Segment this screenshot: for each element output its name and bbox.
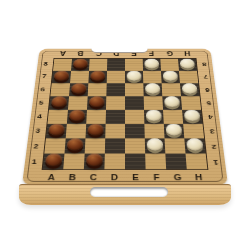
square-e5[interactable] <box>125 96 144 109</box>
white-checker-g7[interactable] <box>163 70 178 80</box>
square-e7[interactable] <box>125 71 143 84</box>
square-g8[interactable] <box>160 59 179 71</box>
square-g3[interactable] <box>164 124 185 139</box>
rank-label-left-4: 4 <box>32 110 47 124</box>
rank-label-right-4: 4 <box>203 110 218 124</box>
white-checker-h4[interactable] <box>184 109 201 120</box>
square-g6[interactable] <box>162 83 181 96</box>
square-g2[interactable] <box>165 138 186 153</box>
square-c8[interactable] <box>89 59 107 71</box>
white-checker-f6[interactable] <box>145 83 160 93</box>
dark-checker-a7[interactable] <box>54 70 70 80</box>
square-b1[interactable] <box>63 154 84 170</box>
white-checker-g5[interactable] <box>164 96 180 107</box>
rank-label-right-3: 3 <box>204 124 220 139</box>
square-a8[interactable] <box>53 59 72 71</box>
square-d4[interactable] <box>106 110 125 124</box>
white-checker-h6[interactable] <box>182 83 198 93</box>
square-h4[interactable] <box>182 110 202 124</box>
square-h8[interactable] <box>178 59 197 71</box>
square-c7[interactable] <box>88 71 107 84</box>
file-label-bottom-a: A <box>40 172 62 184</box>
dark-checker-c1[interactable] <box>86 153 103 166</box>
white-checker-f2[interactable] <box>147 138 164 150</box>
file-label-top-g: G <box>160 49 178 57</box>
rank-label-left-5: 5 <box>34 96 49 110</box>
square-e8[interactable] <box>125 59 143 71</box>
square-f7[interactable] <box>143 71 162 84</box>
board-grid <box>42 58 209 170</box>
file-label-bottom-c: C <box>83 172 105 184</box>
square-g7[interactable] <box>161 71 180 84</box>
square-d1[interactable] <box>104 154 125 170</box>
file-label-bottom-h: H <box>188 172 210 184</box>
dark-checker-b6[interactable] <box>71 83 87 93</box>
file-label-top-a: A <box>54 49 72 57</box>
square-h1[interactable] <box>186 154 208 170</box>
square-a5[interactable] <box>49 96 69 109</box>
square-b8[interactable] <box>71 59 90 71</box>
square-e4[interactable] <box>125 110 144 124</box>
file-label-bottom-f: F <box>146 172 168 184</box>
square-a3[interactable] <box>46 124 67 139</box>
file-label-top-h: H <box>178 49 196 57</box>
square-h6[interactable] <box>180 83 200 96</box>
dark-checker-a5[interactable] <box>51 96 67 107</box>
square-f6[interactable] <box>143 83 162 96</box>
square-f3[interactable] <box>144 124 164 139</box>
square-f2[interactable] <box>145 138 166 153</box>
square-d6[interactable] <box>106 83 125 96</box>
handle-cutout <box>90 187 168 197</box>
dark-checker-c5[interactable] <box>89 96 105 107</box>
square-c4[interactable] <box>86 110 106 124</box>
product-photo-canvas: ABCDEFGH 87654321 87654321 ABCDEFGH <box>0 0 250 250</box>
square-h2[interactable] <box>184 138 205 153</box>
square-h5[interactable] <box>181 96 201 109</box>
rank-label-right-5: 5 <box>201 96 216 110</box>
white-checker-g3[interactable] <box>166 123 183 135</box>
square-e6[interactable] <box>125 83 144 96</box>
rank-label-left-3: 3 <box>30 124 46 139</box>
rank-label-left-7: 7 <box>37 70 51 83</box>
front-apron <box>19 184 231 205</box>
rank-label-right-2: 2 <box>206 139 222 154</box>
file-label-bottom-g: G <box>167 172 189 184</box>
rank-label-right-7: 7 <box>199 70 213 83</box>
square-e3[interactable] <box>125 124 145 139</box>
file-label-bottom-e: E <box>125 172 146 184</box>
square-f1[interactable] <box>145 154 166 170</box>
rank-label-left-8: 8 <box>39 58 53 70</box>
dark-checker-c3[interactable] <box>88 123 104 135</box>
square-e1[interactable] <box>125 154 146 170</box>
square-c3[interactable] <box>85 124 105 139</box>
square-h7[interactable] <box>179 71 198 84</box>
file-label-bottom-d: D <box>104 172 125 184</box>
square-b6[interactable] <box>69 83 88 96</box>
square-g5[interactable] <box>162 96 182 109</box>
rank-label-left-2: 2 <box>28 139 44 154</box>
square-f5[interactable] <box>144 96 163 109</box>
white-checker-f8[interactable] <box>144 58 159 68</box>
file-labels-bottom: ABCDEFGH <box>40 172 210 184</box>
square-f8[interactable] <box>143 59 161 71</box>
square-h3[interactable] <box>183 124 204 139</box>
square-g4[interactable] <box>163 110 183 124</box>
square-b2[interactable] <box>64 138 85 153</box>
square-g1[interactable] <box>165 154 186 170</box>
square-c2[interactable] <box>85 138 106 153</box>
checkers-board: ABCDEFGH 87654321 87654321 ABCDEFGH <box>22 49 228 185</box>
square-b7[interactable] <box>70 71 89 84</box>
square-b5[interactable] <box>68 96 88 109</box>
dark-checker-b8[interactable] <box>73 58 88 68</box>
square-d3[interactable] <box>105 124 125 139</box>
square-a2[interactable] <box>44 138 65 153</box>
square-c5[interactable] <box>87 96 106 109</box>
square-c6[interactable] <box>88 83 107 96</box>
white-checker-f4[interactable] <box>146 109 162 120</box>
rank-label-left-1: 1 <box>26 154 42 170</box>
white-checker-h2[interactable] <box>186 138 203 150</box>
rank-label-right-6: 6 <box>200 83 215 96</box>
white-checker-h8[interactable] <box>180 58 195 68</box>
dark-checker-b4[interactable] <box>69 109 85 120</box>
dark-checker-a3[interactable] <box>48 123 65 135</box>
square-a7[interactable] <box>52 71 71 84</box>
square-e2[interactable] <box>125 138 145 153</box>
rank-label-right-8: 8 <box>197 58 211 70</box>
dark-checker-b2[interactable] <box>67 138 84 150</box>
file-label-top-b: B <box>71 49 89 57</box>
top-notch-cutout <box>91 39 148 53</box>
square-a4[interactable] <box>47 110 67 124</box>
white-checker-e7[interactable] <box>127 70 142 80</box>
rank-label-right-1: 1 <box>208 154 224 170</box>
square-d7[interactable] <box>107 71 125 84</box>
square-c1[interactable] <box>84 154 105 170</box>
dark-checker-c7[interactable] <box>90 70 105 80</box>
square-f4[interactable] <box>144 110 164 124</box>
square-b4[interactable] <box>67 110 87 124</box>
square-a1[interactable] <box>43 154 65 170</box>
dark-checker-a1[interactable] <box>45 153 63 166</box>
square-b3[interactable] <box>66 124 87 139</box>
rank-label-left-6: 6 <box>35 83 50 96</box>
file-label-bottom-b: B <box>61 172 83 184</box>
square-a6[interactable] <box>50 83 70 96</box>
square-d2[interactable] <box>105 138 125 153</box>
square-d8[interactable] <box>107 59 125 71</box>
square-d5[interactable] <box>106 96 125 109</box>
